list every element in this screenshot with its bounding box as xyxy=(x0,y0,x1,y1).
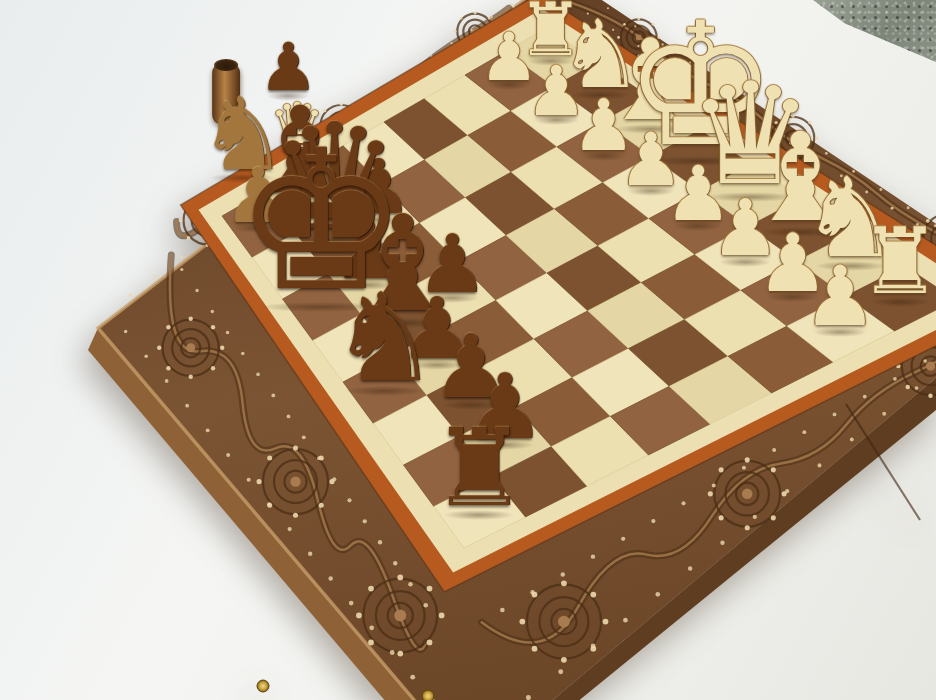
piece-h7-light-pawn[interactable]: ♟ xyxy=(803,259,877,335)
photo-scene: ♜♟♞♟♟♝♛♟♚♞♟♛♝♟♟♟♝♛♟♞♟♟♟♜♚♝♟♟♞♟♟♜ xyxy=(0,0,936,700)
piece-h1-dark-rook[interactable]: ♜ xyxy=(431,419,527,518)
piece-e1-dark-knight[interactable]: ♞ xyxy=(330,282,439,394)
brass-knob-1 xyxy=(257,680,269,692)
brass-knob-2 xyxy=(422,690,434,700)
